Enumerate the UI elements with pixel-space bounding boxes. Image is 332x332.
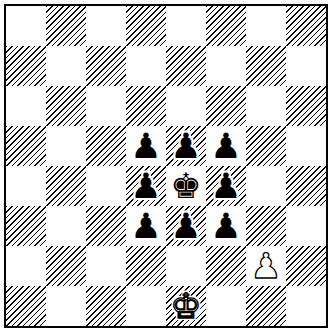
square-f8[interactable] <box>206 6 246 46</box>
square-e2[interactable] <box>166 246 206 286</box>
square-f7[interactable] <box>206 46 246 86</box>
square-g7[interactable] <box>246 46 286 86</box>
square-h1[interactable] <box>286 286 326 326</box>
square-h6[interactable] <box>286 86 326 126</box>
square-f1[interactable] <box>206 286 246 326</box>
black-pawn-d4[interactable]: ♟ <box>126 166 166 206</box>
square-a1[interactable] <box>6 286 46 326</box>
chess-board: ♟♟♟♟♚♟♟♟♟♟♚ <box>6 6 326 326</box>
black-pawn-d3[interactable]: ♟ <box>126 206 166 246</box>
square-a6[interactable] <box>6 86 46 126</box>
square-e5[interactable]: ♟ <box>166 126 206 166</box>
square-c8[interactable] <box>86 6 126 46</box>
square-f2[interactable] <box>206 246 246 286</box>
square-g3[interactable] <box>246 206 286 246</box>
square-b4[interactable] <box>46 166 86 206</box>
square-h4[interactable] <box>286 166 326 206</box>
square-a8[interactable] <box>6 6 46 46</box>
square-f4[interactable]: ♟ <box>206 166 246 206</box>
square-a3[interactable] <box>6 206 46 246</box>
black-pawn-e5[interactable]: ♟ <box>166 126 206 166</box>
square-d4[interactable]: ♟ <box>126 166 166 206</box>
square-d3[interactable]: ♟ <box>126 206 166 246</box>
square-a5[interactable] <box>6 126 46 166</box>
square-c7[interactable] <box>86 46 126 86</box>
square-b7[interactable] <box>46 46 86 86</box>
black-pawn-f3[interactable]: ♟ <box>206 206 246 246</box>
square-d8[interactable] <box>126 6 166 46</box>
black-king-e4[interactable]: ♚ <box>166 166 206 206</box>
square-g8[interactable] <box>246 6 286 46</box>
square-h3[interactable] <box>286 206 326 246</box>
square-e6[interactable] <box>166 86 206 126</box>
square-d7[interactable] <box>126 46 166 86</box>
square-e4[interactable]: ♚ <box>166 166 206 206</box>
white-pawn-g2[interactable]: ♟ <box>246 246 286 286</box>
square-d2[interactable] <box>126 246 166 286</box>
square-h8[interactable] <box>286 6 326 46</box>
square-d6[interactable] <box>126 86 166 126</box>
square-a4[interactable] <box>6 166 46 206</box>
square-c3[interactable] <box>86 206 126 246</box>
square-c4[interactable] <box>86 166 126 206</box>
square-c6[interactable] <box>86 86 126 126</box>
white-king-e1[interactable]: ♚ <box>166 286 206 326</box>
black-pawn-f5[interactable]: ♟ <box>206 126 246 166</box>
board-frame: ♟♟♟♟♚♟♟♟♟♟♚ <box>4 4 328 328</box>
black-pawn-e3[interactable]: ♟ <box>166 206 206 246</box>
square-e8[interactable] <box>166 6 206 46</box>
square-h2[interactable] <box>286 246 326 286</box>
square-b8[interactable] <box>46 6 86 46</box>
square-g5[interactable] <box>246 126 286 166</box>
square-f6[interactable] <box>206 86 246 126</box>
square-e3[interactable]: ♟ <box>166 206 206 246</box>
square-h5[interactable] <box>286 126 326 166</box>
square-h7[interactable] <box>286 46 326 86</box>
square-g1[interactable] <box>246 286 286 326</box>
square-f3[interactable]: ♟ <box>206 206 246 246</box>
square-g6[interactable] <box>246 86 286 126</box>
square-c5[interactable] <box>86 126 126 166</box>
black-pawn-d5[interactable]: ♟ <box>126 126 166 166</box>
square-b2[interactable] <box>46 246 86 286</box>
square-a2[interactable] <box>6 246 46 286</box>
square-f5[interactable]: ♟ <box>206 126 246 166</box>
square-e7[interactable] <box>166 46 206 86</box>
square-c2[interactable] <box>86 246 126 286</box>
square-c1[interactable] <box>86 286 126 326</box>
square-a7[interactable] <box>6 46 46 86</box>
square-b6[interactable] <box>46 86 86 126</box>
square-d1[interactable] <box>126 286 166 326</box>
square-g4[interactable] <box>246 166 286 206</box>
square-e1[interactable]: ♚ <box>166 286 206 326</box>
square-b5[interactable] <box>46 126 86 166</box>
square-b1[interactable] <box>46 286 86 326</box>
square-d5[interactable]: ♟ <box>126 126 166 166</box>
square-g2[interactable]: ♟ <box>246 246 286 286</box>
black-pawn-f4[interactable]: ♟ <box>206 166 246 206</box>
square-b3[interactable] <box>46 206 86 246</box>
